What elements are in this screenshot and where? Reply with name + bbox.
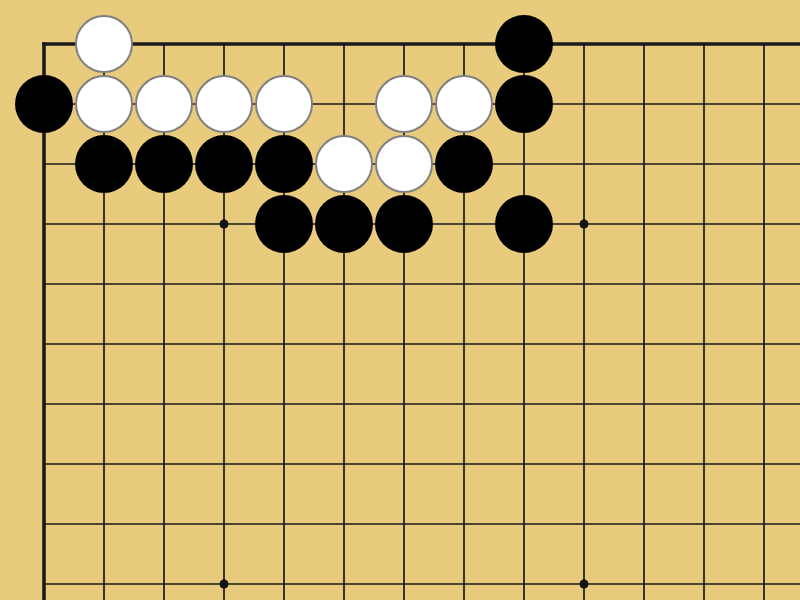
intersection-c7r9[interactable] — [374, 494, 434, 554]
intersection-c4r7[interactable] — [194, 374, 254, 434]
intersection-c3r2[interactable]: ○ — [134, 74, 194, 134]
intersection-c4r8[interactable] — [194, 434, 254, 494]
intersection-c3r1[interactable] — [134, 14, 194, 74]
intersection-c5r3[interactable]: ● — [254, 134, 314, 194]
intersection-c8r2[interactable]: ○ — [434, 74, 494, 134]
intersection-c5r9[interactable] — [254, 494, 314, 554]
intersection-c7r8[interactable] — [374, 434, 434, 494]
intersection-c3r6[interactable] — [134, 314, 194, 374]
intersection-c12r9[interactable] — [674, 494, 734, 554]
intersection-c3r10[interactable] — [134, 554, 194, 600]
intersection-c9r4[interactable]: ● — [494, 194, 554, 254]
intersection-c9r6[interactable] — [494, 314, 554, 374]
intersection-c4r5[interactable] — [194, 254, 254, 314]
intersection-c10r3[interactable] — [554, 134, 614, 194]
intersection-c10r9[interactable] — [554, 494, 614, 554]
intersection-c11r1[interactable] — [614, 14, 674, 74]
intersection-c7r2[interactable]: ○ — [374, 74, 434, 134]
intersection-c7r10[interactable] — [374, 554, 434, 600]
intersection-c1r7[interactable] — [14, 374, 74, 434]
white-stone: ○ — [435, 75, 493, 133]
black-stone: ● — [75, 135, 133, 193]
intersection-c10r5[interactable] — [554, 254, 614, 314]
intersection-c12r1[interactable] — [674, 14, 734, 74]
intersection-c13r1[interactable] — [734, 14, 794, 74]
intersection-c5r5[interactable] — [254, 254, 314, 314]
intersection-c6r4[interactable]: ● — [314, 194, 374, 254]
intersection-c1r9[interactable] — [14, 494, 74, 554]
intersection-c2r7[interactable] — [74, 374, 134, 434]
intersection-c5r8[interactable] — [254, 434, 314, 494]
intersection-c4r4[interactable] — [194, 194, 254, 254]
intersection-c13r10[interactable] — [734, 554, 794, 600]
intersection-c1r8[interactable] — [14, 434, 74, 494]
white-stone: ○ — [255, 75, 313, 133]
intersection-c12r4[interactable] — [674, 194, 734, 254]
intersection-c6r7[interactable] — [314, 374, 374, 434]
black-stone: ● — [315, 195, 373, 253]
intersection-c11r8[interactable] — [614, 434, 674, 494]
intersection-c8r4[interactable] — [434, 194, 494, 254]
black-stone: ● — [495, 15, 553, 73]
intersection-c5r6[interactable] — [254, 314, 314, 374]
intersection-c1r3[interactable] — [14, 134, 74, 194]
black-stone: ● — [135, 135, 193, 193]
intersection-c9r5[interactable] — [494, 254, 554, 314]
intersection-c11r2[interactable] — [614, 74, 674, 134]
intersection-c7r5[interactable] — [374, 254, 434, 314]
intersection-c12r8[interactable] — [674, 434, 734, 494]
white-stone: ○ — [195, 75, 253, 133]
intersection-c6r2[interactable] — [314, 74, 374, 134]
black-stone: ● — [15, 75, 73, 133]
intersection-c2r2[interactable]: ○ — [74, 74, 134, 134]
intersection-c8r6[interactable] — [434, 314, 494, 374]
intersection-c12r10[interactable] — [674, 554, 734, 600]
intersection-c13r4[interactable] — [734, 194, 794, 254]
intersection-c4r9[interactable] — [194, 494, 254, 554]
intersection-c2r6[interactable] — [74, 314, 134, 374]
intersection-c9r7[interactable] — [494, 374, 554, 434]
intersection-c12r7[interactable] — [674, 374, 734, 434]
intersection-c2r8[interactable] — [74, 434, 134, 494]
intersection-c9r9[interactable] — [494, 494, 554, 554]
intersection-c5r10[interactable] — [254, 554, 314, 600]
black-stone: ● — [495, 195, 553, 253]
intersection-c4r3[interactable]: ● — [194, 134, 254, 194]
black-stone: ● — [375, 195, 433, 253]
white-stone: ○ — [315, 135, 373, 193]
intersection-c7r6[interactable] — [374, 314, 434, 374]
intersection-c6r10[interactable] — [314, 554, 374, 600]
intersection-c7r1[interactable] — [374, 14, 434, 74]
intersection-c6r3[interactable]: ○ — [314, 134, 374, 194]
intersection-c8r5[interactable] — [434, 254, 494, 314]
intersection-c3r9[interactable] — [134, 494, 194, 554]
intersection-c3r5[interactable] — [134, 254, 194, 314]
intersection-c10r4[interactable] — [554, 194, 614, 254]
go-board: ○●●○○○○○○●●●●●○○●●●●● — [0, 0, 800, 600]
intersection-c12r5[interactable] — [674, 254, 734, 314]
intersection-c13r3[interactable] — [734, 134, 794, 194]
intersection-c1r1[interactable] — [14, 14, 74, 74]
black-stone: ● — [255, 135, 313, 193]
intersection-c13r6[interactable] — [734, 314, 794, 374]
intersection-c8r8[interactable] — [434, 434, 494, 494]
intersection-c3r3[interactable]: ● — [134, 134, 194, 194]
intersection-c7r3[interactable]: ○ — [374, 134, 434, 194]
intersection-c10r2[interactable] — [554, 74, 614, 134]
intersection-c9r10[interactable] — [494, 554, 554, 600]
intersection-c8r10[interactable] — [434, 554, 494, 600]
white-stone: ○ — [375, 75, 433, 133]
white-stone: ○ — [75, 15, 133, 73]
intersection-c1r10[interactable] — [14, 554, 74, 600]
intersection-c3r7[interactable] — [134, 374, 194, 434]
intersection-c11r5[interactable] — [614, 254, 674, 314]
intersection-c10r1[interactable] — [554, 14, 614, 74]
black-stone: ● — [195, 135, 253, 193]
intersection-c12r3[interactable] — [674, 134, 734, 194]
intersection-c9r8[interactable] — [494, 434, 554, 494]
intersection-c8r1[interactable] — [434, 14, 494, 74]
black-stone: ● — [255, 195, 313, 253]
intersection-c11r7[interactable] — [614, 374, 674, 434]
intersection-c9r2[interactable]: ● — [494, 74, 554, 134]
intersection-c13r8[interactable] — [734, 434, 794, 494]
intersection-c2r10[interactable] — [74, 554, 134, 600]
intersection-c11r9[interactable] — [614, 494, 674, 554]
intersection-c6r8[interactable] — [314, 434, 374, 494]
black-stone: ● — [435, 135, 493, 193]
intersection-c1r5[interactable] — [14, 254, 74, 314]
stone-grid: ○●●○○○○○○●●●●●○○●●●●● — [14, 14, 794, 600]
white-stone: ○ — [375, 135, 433, 193]
white-stone: ○ — [135, 75, 193, 133]
intersection-c10r10[interactable] — [554, 554, 614, 600]
intersection-c4r6[interactable] — [194, 314, 254, 374]
intersection-c6r6[interactable] — [314, 314, 374, 374]
intersection-c5r1[interactable] — [254, 14, 314, 74]
intersection-c11r10[interactable] — [614, 554, 674, 600]
intersection-c13r2[interactable] — [734, 74, 794, 134]
white-stone: ○ — [75, 75, 133, 133]
intersection-c10r7[interactable] — [554, 374, 614, 434]
intersection-c8r7[interactable] — [434, 374, 494, 434]
intersection-c10r8[interactable] — [554, 434, 614, 494]
intersection-c4r10[interactable] — [194, 554, 254, 600]
intersection-c4r2[interactable]: ○ — [194, 74, 254, 134]
intersection-c6r9[interactable] — [314, 494, 374, 554]
intersection-c8r9[interactable] — [434, 494, 494, 554]
intersection-c13r5[interactable] — [734, 254, 794, 314]
intersection-c2r3[interactable]: ● — [74, 134, 134, 194]
intersection-c11r3[interactable] — [614, 134, 674, 194]
intersection-c3r4[interactable] — [134, 194, 194, 254]
intersection-c10r6[interactable] — [554, 314, 614, 374]
intersection-c11r4[interactable] — [614, 194, 674, 254]
intersection-c8r3[interactable]: ● — [434, 134, 494, 194]
intersection-c9r3[interactable] — [494, 134, 554, 194]
intersection-c3r8[interactable] — [134, 434, 194, 494]
intersection-c13r9[interactable] — [734, 494, 794, 554]
intersection-c5r4[interactable]: ● — [254, 194, 314, 254]
intersection-c1r6[interactable] — [14, 314, 74, 374]
intersection-c11r6[interactable] — [614, 314, 674, 374]
intersection-c7r4[interactable]: ● — [374, 194, 434, 254]
intersection-c1r2[interactable]: ● — [14, 74, 74, 134]
intersection-c5r7[interactable] — [254, 374, 314, 434]
intersection-c1r4[interactable] — [14, 194, 74, 254]
intersection-c7r7[interactable] — [374, 374, 434, 434]
intersection-c12r2[interactable] — [674, 74, 734, 134]
intersection-c13r7[interactable] — [734, 374, 794, 434]
intersection-c9r1[interactable]: ● — [494, 14, 554, 74]
intersection-c5r2[interactable]: ○ — [254, 74, 314, 134]
intersection-c2r5[interactable] — [74, 254, 134, 314]
intersection-c4r1[interactable] — [194, 14, 254, 74]
intersection-c6r5[interactable] — [314, 254, 374, 314]
black-stone: ● — [495, 75, 553, 133]
intersection-c6r1[interactable] — [314, 14, 374, 74]
intersection-c2r1[interactable]: ○ — [74, 14, 134, 74]
intersection-c12r6[interactable] — [674, 314, 734, 374]
intersection-c2r9[interactable] — [74, 494, 134, 554]
intersection-c2r4[interactable] — [74, 194, 134, 254]
